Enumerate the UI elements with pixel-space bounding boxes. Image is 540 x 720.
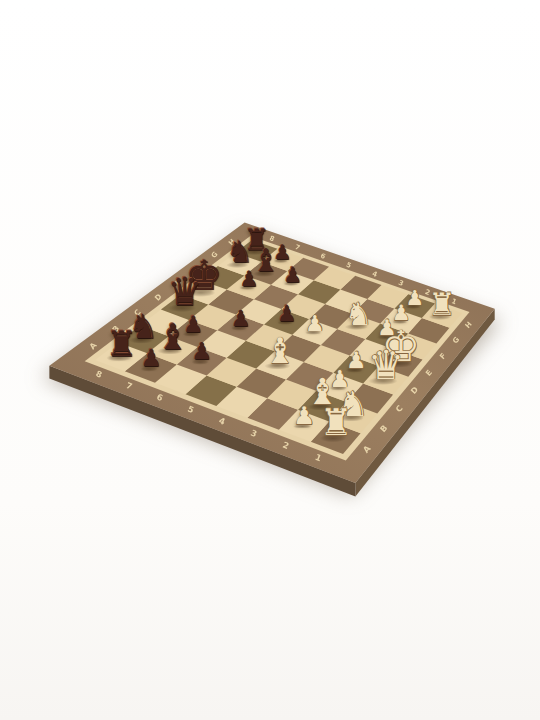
chess-board: 1122334455667788AABBCCDDEEFFGGHH — [0, 0, 540, 720]
product-photo-stage: 1122334455667788AABBCCDDEEFFGGHH ♜♟♞♝♟♟♚… — [0, 0, 540, 720]
